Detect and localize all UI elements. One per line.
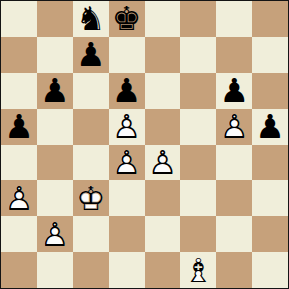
square-b3[interactable] [37,180,73,216]
square-g2[interactable] [216,216,252,252]
square-e7[interactable] [145,37,181,73]
square-e2[interactable] [145,216,181,252]
square-g4[interactable] [216,145,252,181]
square-h1[interactable] [252,252,288,288]
square-f1[interactable]: ♝♗ [180,252,216,288]
square-a6[interactable] [1,73,37,109]
square-c2[interactable] [73,216,109,252]
white-pawn[interactable]: ♙ [109,145,145,181]
square-a4[interactable] [1,145,37,181]
square-e3[interactable] [145,180,181,216]
square-e5[interactable] [145,109,181,145]
square-a7[interactable] [1,37,37,73]
square-g1[interactable] [216,252,252,288]
black-pawn[interactable]: ♟ [109,73,145,109]
square-h5[interactable]: ♟ [252,109,288,145]
white-pawn[interactable]: ♙ [109,109,145,145]
square-d2[interactable] [109,216,145,252]
square-e6[interactable] [145,73,181,109]
square-f4[interactable] [180,145,216,181]
black-knight[interactable]: ♞ [73,1,109,37]
black-pawn[interactable]: ♟ [216,73,252,109]
square-h2[interactable] [252,216,288,252]
square-f7[interactable] [180,37,216,73]
chess-board: ♞♚♟♟♟♟♟♟♙♟♙♟♟♙♟♙♟♙♚♔♟♙♝♗ [0,0,289,289]
black-king[interactable]: ♚ [109,1,145,37]
square-d4[interactable]: ♟♙ [109,145,145,181]
white-king[interactable]: ♔ [73,180,109,216]
square-g3[interactable] [216,180,252,216]
square-c6[interactable] [73,73,109,109]
square-b8[interactable] [37,1,73,37]
black-pawn[interactable]: ♟ [37,73,73,109]
square-f5[interactable] [180,109,216,145]
white-pawn[interactable]: ♙ [37,216,73,252]
square-b1[interactable] [37,252,73,288]
square-a1[interactable] [1,252,37,288]
square-h8[interactable] [252,1,288,37]
white-pawn[interactable]: ♙ [145,145,181,181]
black-pawn[interactable]: ♟ [73,37,109,73]
square-h3[interactable] [252,180,288,216]
square-c5[interactable] [73,109,109,145]
square-a3[interactable]: ♟♙ [1,180,37,216]
square-f3[interactable] [180,180,216,216]
square-b5[interactable] [37,109,73,145]
square-d8[interactable]: ♚ [109,1,145,37]
square-a2[interactable] [1,216,37,252]
square-d1[interactable] [109,252,145,288]
square-f8[interactable] [180,1,216,37]
square-h4[interactable] [252,145,288,181]
square-b6[interactable]: ♟ [37,73,73,109]
square-c7[interactable]: ♟ [73,37,109,73]
white-bishop[interactable]: ♗ [180,252,216,288]
square-e8[interactable] [145,1,181,37]
square-g8[interactable] [216,1,252,37]
square-c1[interactable] [73,252,109,288]
square-b7[interactable] [37,37,73,73]
square-b2[interactable]: ♟♙ [37,216,73,252]
square-f2[interactable] [180,216,216,252]
square-h7[interactable] [252,37,288,73]
square-d3[interactable] [109,180,145,216]
black-pawn[interactable]: ♟ [1,109,37,145]
black-pawn[interactable]: ♟ [252,109,288,145]
square-c3[interactable]: ♚♔ [73,180,109,216]
white-pawn[interactable]: ♙ [216,109,252,145]
square-d6[interactable]: ♟ [109,73,145,109]
white-pawn[interactable]: ♙ [1,180,37,216]
square-e4[interactable]: ♟♙ [145,145,181,181]
square-b4[interactable] [37,145,73,181]
square-d5[interactable]: ♟♙ [109,109,145,145]
square-e1[interactable] [145,252,181,288]
square-a5[interactable]: ♟ [1,109,37,145]
square-g6[interactable]: ♟ [216,73,252,109]
square-g5[interactable]: ♟♙ [216,109,252,145]
square-f6[interactable] [180,73,216,109]
square-d7[interactable] [109,37,145,73]
square-c4[interactable] [73,145,109,181]
square-g7[interactable] [216,37,252,73]
square-c8[interactable]: ♞ [73,1,109,37]
square-a8[interactable] [1,1,37,37]
square-h6[interactable] [252,73,288,109]
